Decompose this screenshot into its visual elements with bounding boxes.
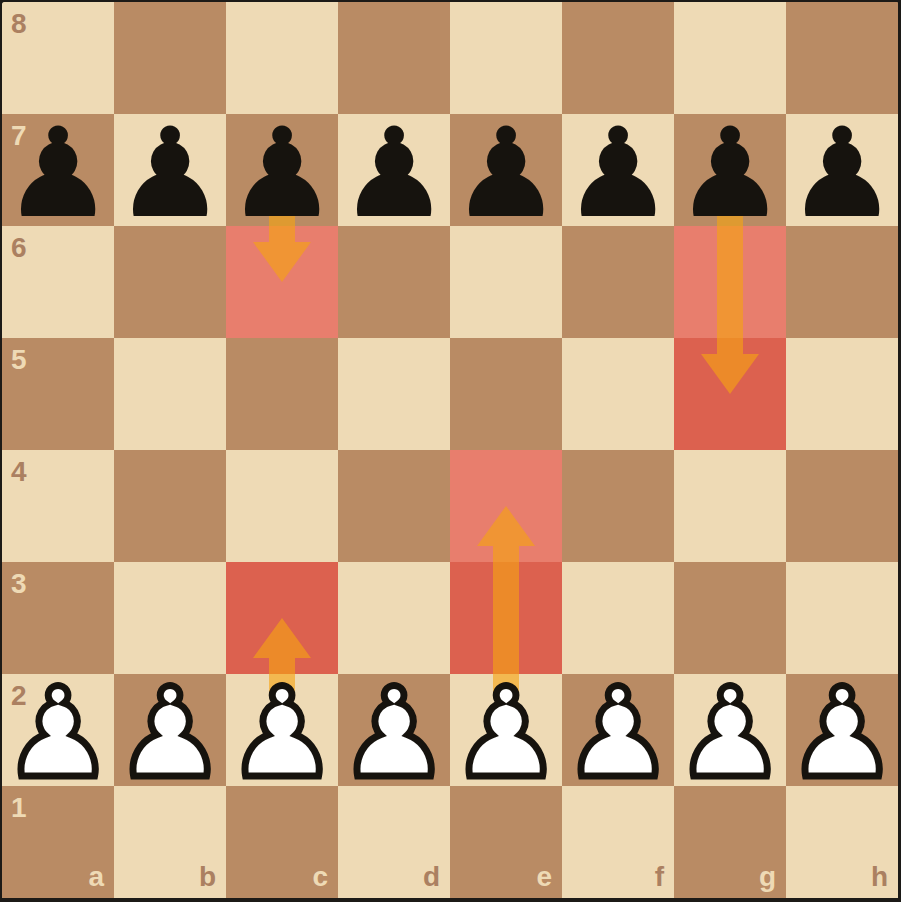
square-e7[interactable]: ♟ — [450, 114, 562, 226]
square-b8[interactable] — [114, 2, 226, 114]
black-pawn[interactable]: ♟ — [338, 117, 450, 229]
square-f4[interactable] — [562, 450, 674, 562]
square-e4[interactable] — [450, 450, 562, 562]
square-c8[interactable] — [226, 2, 338, 114]
square-g2[interactable]: ♟ — [674, 674, 786, 786]
square-f5[interactable] — [562, 338, 674, 450]
square-f8[interactable] — [562, 2, 674, 114]
black-pawn[interactable]: ♟ — [114, 117, 226, 229]
square-b3[interactable] — [114, 562, 226, 674]
file-label-g: g — [759, 863, 776, 891]
square-d4[interactable] — [338, 450, 450, 562]
square-g3[interactable] — [674, 562, 786, 674]
file-label-f: f — [655, 863, 664, 891]
white-pawn[interactable]: ♟ — [786, 677, 898, 789]
square-f3[interactable] — [562, 562, 674, 674]
file-label-b: b — [199, 863, 216, 891]
board-squares-grid: 87♟♟♟♟♟♟♟♟65432♟♟♟♟♟♟♟♟1abcdefgh — [2, 2, 898, 898]
square-c5[interactable] — [226, 338, 338, 450]
square-f2[interactable]: ♟ — [562, 674, 674, 786]
square-f7[interactable]: ♟ — [562, 114, 674, 226]
white-pawn[interactable]: ♟ — [2, 677, 114, 789]
square-a5[interactable]: 5 — [2, 338, 114, 450]
square-h2[interactable]: ♟ — [786, 674, 898, 786]
rank-label-5: 5 — [11, 346, 27, 374]
square-e8[interactable] — [450, 2, 562, 114]
white-pawn[interactable]: ♟ — [226, 677, 338, 789]
square-a2[interactable]: 2♟ — [2, 674, 114, 786]
rank-label-4: 4 — [11, 458, 27, 486]
white-pawn[interactable]: ♟ — [114, 677, 226, 789]
square-c3[interactable] — [226, 562, 338, 674]
square-h5[interactable] — [786, 338, 898, 450]
square-c7[interactable]: ♟ — [226, 114, 338, 226]
rank-label-3: 3 — [11, 570, 27, 598]
white-pawn[interactable]: ♟ — [674, 677, 786, 789]
square-b2[interactable]: ♟ — [114, 674, 226, 786]
square-a4[interactable]: 4 — [2, 450, 114, 562]
square-g4[interactable] — [674, 450, 786, 562]
square-d3[interactable] — [338, 562, 450, 674]
square-a8[interactable]: 8 — [2, 2, 114, 114]
square-g7[interactable]: ♟ — [674, 114, 786, 226]
black-pawn[interactable]: ♟ — [2, 117, 114, 229]
square-e3[interactable] — [450, 562, 562, 674]
square-d8[interactable] — [338, 2, 450, 114]
square-d5[interactable] — [338, 338, 450, 450]
white-pawn[interactable]: ♟ — [562, 677, 674, 789]
white-pawn[interactable]: ♟ — [338, 677, 450, 789]
square-c4[interactable] — [226, 450, 338, 562]
black-pawn[interactable]: ♟ — [674, 117, 786, 229]
square-h7[interactable]: ♟ — [786, 114, 898, 226]
black-pawn[interactable]: ♟ — [450, 117, 562, 229]
square-c2[interactable]: ♟ — [226, 674, 338, 786]
file-label-e: e — [536, 863, 552, 891]
square-h4[interactable] — [786, 450, 898, 562]
square-b7[interactable]: ♟ — [114, 114, 226, 226]
square-b4[interactable] — [114, 450, 226, 562]
file-label-c: c — [312, 863, 328, 891]
square-e2[interactable]: ♟ — [450, 674, 562, 786]
square-d7[interactable]: ♟ — [338, 114, 450, 226]
square-d2[interactable]: ♟ — [338, 674, 450, 786]
square-b5[interactable] — [114, 338, 226, 450]
file-label-d: d — [423, 863, 440, 891]
black-pawn[interactable]: ♟ — [562, 117, 674, 229]
rank-label-8: 8 — [11, 10, 27, 38]
file-label-a: a — [88, 863, 104, 891]
file-label-h: h — [871, 863, 888, 891]
square-h3[interactable] — [786, 562, 898, 674]
square-g8[interactable] — [674, 2, 786, 114]
black-pawn[interactable]: ♟ — [226, 117, 338, 229]
square-h8[interactable] — [786, 2, 898, 114]
black-pawn[interactable]: ♟ — [786, 117, 898, 229]
chess-board: 87♟♟♟♟♟♟♟♟65432♟♟♟♟♟♟♟♟1abcdefgh — [0, 0, 901, 902]
white-pawn[interactable]: ♟ — [450, 677, 562, 789]
square-g5[interactable] — [674, 338, 786, 450]
square-e5[interactable] — [450, 338, 562, 450]
square-a7[interactable]: 7♟ — [2, 114, 114, 226]
square-a3[interactable]: 3 — [2, 562, 114, 674]
